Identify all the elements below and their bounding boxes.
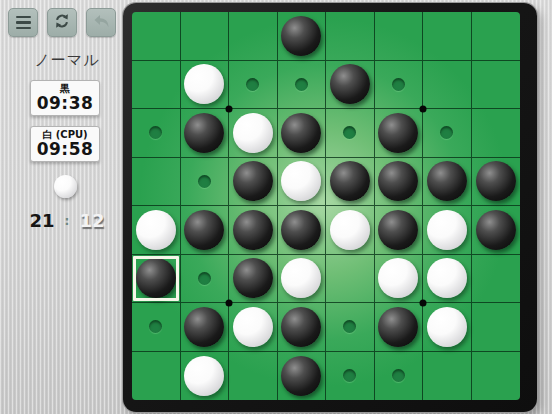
- cell-b7[interactable]: [181, 303, 230, 352]
- legal-move-hint[interactable]: [440, 126, 453, 139]
- black-stone: [378, 113, 418, 153]
- black-stone: [378, 161, 418, 201]
- white-stone: [330, 210, 370, 250]
- black-stone: [136, 258, 176, 298]
- black-stone: [233, 258, 273, 298]
- white-stone: [184, 356, 224, 396]
- cell-d2[interactable]: [278, 61, 327, 110]
- cell-e6[interactable]: [326, 255, 375, 304]
- cell-c8[interactable]: [229, 352, 278, 401]
- white-stone: [233, 307, 273, 347]
- cell-h5[interactable]: [472, 206, 521, 255]
- cell-e4[interactable]: [326, 158, 375, 207]
- cell-h3[interactable]: [472, 109, 521, 158]
- cell-g7[interactable]: [423, 303, 472, 352]
- cell-c7[interactable]: [229, 303, 278, 352]
- cell-d1[interactable]: [278, 12, 327, 61]
- black-stone: [330, 161, 370, 201]
- cell-g3[interactable]: [423, 109, 472, 158]
- white-stone: [281, 258, 321, 298]
- cell-g8[interactable]: [423, 352, 472, 401]
- board: [132, 12, 520, 400]
- cell-g5[interactable]: [423, 206, 472, 255]
- cell-c3[interactable]: [229, 109, 278, 158]
- black-stone: [281, 356, 321, 396]
- black-clock-time: 09:38: [31, 95, 99, 112]
- legal-move-hint[interactable]: [149, 320, 162, 333]
- toolbar: [8, 8, 116, 37]
- cell-h2[interactable]: [472, 61, 521, 110]
- cell-a8[interactable]: [132, 352, 181, 401]
- cell-e2[interactable]: [326, 61, 375, 110]
- black-stone: [233, 161, 273, 201]
- legal-move-hint[interactable]: [198, 272, 211, 285]
- cell-h8[interactable]: [472, 352, 521, 401]
- white-stone: [427, 307, 467, 347]
- black-stone: [378, 307, 418, 347]
- legal-move-hint[interactable]: [343, 126, 356, 139]
- white-stone: [136, 210, 176, 250]
- cell-f1[interactable]: [375, 12, 424, 61]
- mode-label: ノーマル: [8, 51, 126, 70]
- white-score: 12: [79, 210, 104, 231]
- cell-g4[interactable]: [423, 158, 472, 207]
- white-clock: 白 (CPU) 09:58: [30, 126, 100, 162]
- cell-c5[interactable]: [229, 206, 278, 255]
- sidebar: ノーマル 黒 09:38 白 (CPU) 09:58 21 : 12: [0, 0, 123, 414]
- cell-a3[interactable]: [132, 109, 181, 158]
- legal-move-hint[interactable]: [392, 369, 405, 382]
- white-stone: [378, 258, 418, 298]
- cell-g6[interactable]: [423, 255, 472, 304]
- cell-e1[interactable]: [326, 12, 375, 61]
- legal-move-hint[interactable]: [392, 78, 405, 91]
- cell-a6[interactable]: [132, 255, 181, 304]
- black-stone: [378, 210, 418, 250]
- black-stone: [476, 161, 516, 201]
- score: 21 : 12: [8, 210, 126, 231]
- menu-button[interactable]: [8, 8, 38, 37]
- turn-indicator-stone: [54, 175, 77, 198]
- black-stone: [330, 64, 370, 104]
- legal-move-hint[interactable]: [295, 78, 308, 91]
- white-stone: [281, 161, 321, 201]
- cell-a1[interactable]: [132, 12, 181, 61]
- cell-f4[interactable]: [375, 158, 424, 207]
- black-stone: [184, 307, 224, 347]
- cell-a2[interactable]: [132, 61, 181, 110]
- cell-c6[interactable]: [229, 255, 278, 304]
- white-stone: [427, 258, 467, 298]
- refresh-icon: [54, 13, 70, 32]
- white-stone: [427, 210, 467, 250]
- cell-g2[interactable]: [423, 61, 472, 110]
- cell-b8[interactable]: [181, 352, 230, 401]
- cell-a5[interactable]: [132, 206, 181, 255]
- cell-b1[interactable]: [181, 12, 230, 61]
- cell-h7[interactable]: [472, 303, 521, 352]
- black-stone: [427, 161, 467, 201]
- legal-move-hint[interactable]: [343, 320, 356, 333]
- black-stone: [184, 210, 224, 250]
- cell-b4[interactable]: [181, 158, 230, 207]
- cell-b2[interactable]: [181, 61, 230, 110]
- menu-icon: [16, 16, 31, 30]
- cell-d3[interactable]: [278, 109, 327, 158]
- white-stone: [184, 64, 224, 104]
- cell-h4[interactable]: [472, 158, 521, 207]
- black-clock: 黒 09:38: [30, 80, 100, 116]
- cell-f7[interactable]: [375, 303, 424, 352]
- cell-d8[interactable]: [278, 352, 327, 401]
- black-score: 21: [30, 210, 55, 231]
- legal-move-hint[interactable]: [149, 126, 162, 139]
- cell-g1[interactable]: [423, 12, 472, 61]
- cell-c1[interactable]: [229, 12, 278, 61]
- cell-f6[interactable]: [375, 255, 424, 304]
- black-stone: [476, 210, 516, 250]
- legal-move-hint[interactable]: [343, 369, 356, 382]
- black-stone: [184, 113, 224, 153]
- cell-d6[interactable]: [278, 255, 327, 304]
- black-stone: [233, 210, 273, 250]
- legal-move-hint[interactable]: [198, 175, 211, 188]
- cell-h1[interactable]: [472, 12, 521, 61]
- cell-a4[interactable]: [132, 158, 181, 207]
- cell-d5[interactable]: [278, 206, 327, 255]
- cell-a7[interactable]: [132, 303, 181, 352]
- undo-button[interactable]: [86, 8, 116, 37]
- board-grid: [132, 12, 520, 400]
- cell-f8[interactable]: [375, 352, 424, 401]
- white-stone: [233, 113, 273, 153]
- cell-f5[interactable]: [375, 206, 424, 255]
- black-stone: [281, 113, 321, 153]
- cell-d7[interactable]: [278, 303, 327, 352]
- white-clock-time: 09:58: [31, 141, 99, 158]
- score-separator: :: [65, 214, 70, 228]
- legal-move-hint[interactable]: [246, 78, 259, 91]
- black-stone: [281, 307, 321, 347]
- cell-b6[interactable]: [181, 255, 230, 304]
- cell-h6[interactable]: [472, 255, 521, 304]
- refresh-button[interactable]: [47, 8, 77, 37]
- cell-f3[interactable]: [375, 109, 424, 158]
- cell-e3[interactable]: [326, 109, 375, 158]
- cell-c2[interactable]: [229, 61, 278, 110]
- black-stone: [281, 210, 321, 250]
- undo-icon: [93, 14, 110, 32]
- cell-c4[interactable]: [229, 158, 278, 207]
- black-stone: [281, 16, 321, 56]
- cell-f2[interactable]: [375, 61, 424, 110]
- cell-e7[interactable]: [326, 303, 375, 352]
- cell-e5[interactable]: [326, 206, 375, 255]
- cell-d4[interactable]: [278, 158, 327, 207]
- cell-e8[interactable]: [326, 352, 375, 401]
- cell-b5[interactable]: [181, 206, 230, 255]
- cell-b3[interactable]: [181, 109, 230, 158]
- board-frame: [123, 3, 537, 412]
